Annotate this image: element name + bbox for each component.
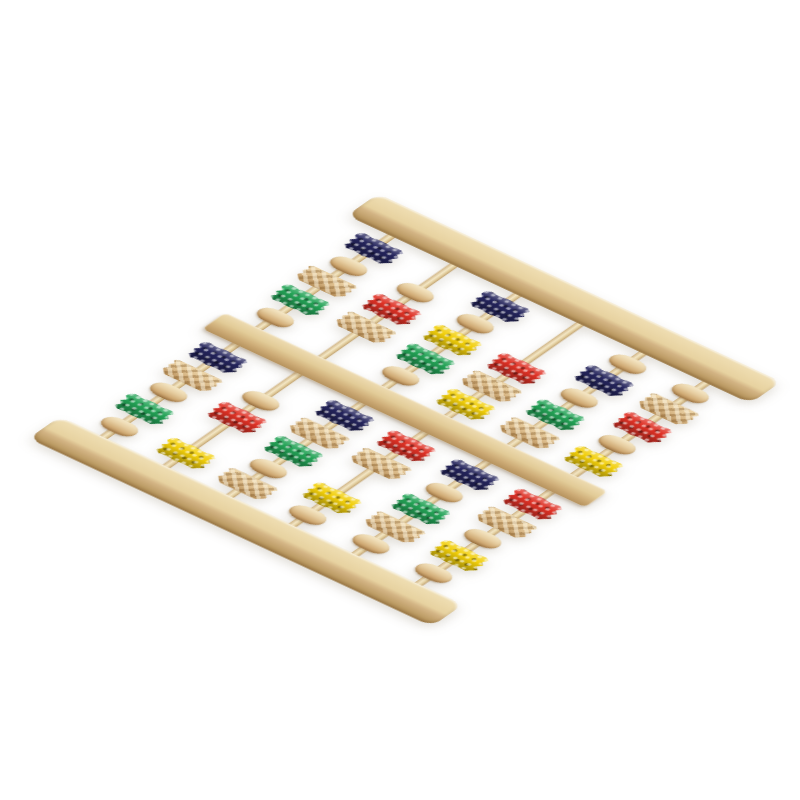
product-photo-canvas (0, 0, 800, 800)
foot-roller-board (29, 194, 782, 627)
